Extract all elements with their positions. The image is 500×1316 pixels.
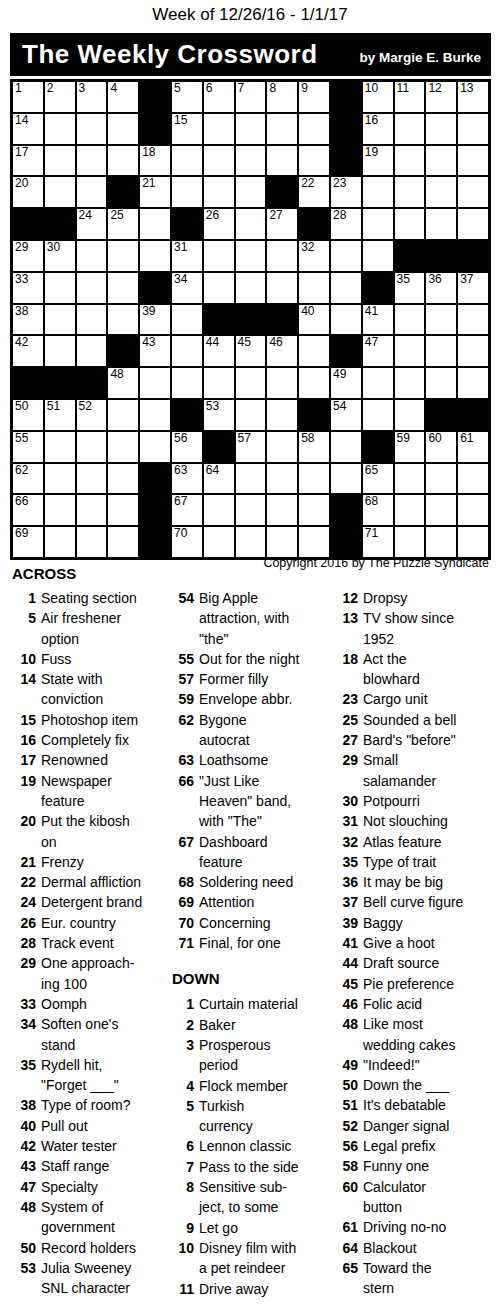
grid-cell[interactable]	[139, 240, 171, 272]
grid-black-cell	[330, 335, 362, 367]
clue-item: 60Calculator button	[336, 1177, 497, 1218]
grid-cell[interactable]: 25	[107, 208, 139, 240]
grid-cell[interactable]: 54	[330, 399, 362, 431]
grid-cell[interactable]: 28	[330, 208, 362, 240]
clue-number: 5	[172, 1096, 194, 1137]
clue-text: Pie preference	[363, 974, 497, 994]
clue-number: 38	[10, 1095, 36, 1115]
grid-cell[interactable]: 36	[425, 272, 457, 304]
grid-cell[interactable]: 35	[394, 272, 426, 304]
grid-cell[interactable]	[107, 145, 139, 177]
clue-text: System of government	[41, 1197, 172, 1238]
grid-cell[interactable]	[362, 240, 394, 272]
grid-cell[interactable]	[139, 431, 171, 463]
grid-cell[interactable]	[457, 335, 489, 367]
clue-number: 14	[10, 669, 36, 710]
grid-cell[interactable]	[266, 145, 298, 177]
grid-cell[interactable]	[107, 431, 139, 463]
cell-number: 44	[206, 336, 219, 349]
grid-cell[interactable]	[44, 113, 76, 145]
grid-cell[interactable]	[107, 113, 139, 145]
grid-cell[interactable]	[425, 176, 457, 208]
grid-cell[interactable]	[171, 145, 203, 177]
clue-text: It may be big	[363, 872, 497, 892]
clue-text: Toward the stern	[363, 1258, 497, 1299]
clue-number: 2	[172, 1015, 194, 1035]
clue-number: 29	[10, 953, 36, 994]
grid-cell[interactable]	[203, 367, 235, 399]
grid-cell[interactable]: 58	[298, 431, 330, 463]
clue-text: It's debatable	[363, 1095, 497, 1115]
grid-cell[interactable]: 30	[44, 240, 76, 272]
grid-cell[interactable]: 27	[266, 208, 298, 240]
grid-cell[interactable]: 3	[76, 81, 108, 113]
clue-item: 5Air freshener option	[10, 608, 172, 649]
grid-cell[interactable]: 8	[266, 81, 298, 113]
grid-black-cell	[330, 81, 362, 113]
grid-cell[interactable]: 7	[235, 81, 267, 113]
grid-cell[interactable]	[76, 463, 108, 495]
clue-item: 50Record holders	[10, 1238, 172, 1258]
grid-cell[interactable]	[394, 113, 426, 145]
grid-cell[interactable]	[76, 113, 108, 145]
clue-number: 58	[336, 1156, 358, 1176]
clue-text: Draft source	[363, 953, 497, 973]
grid-cell[interactable]: 9	[298, 81, 330, 113]
clue-text: Small salamander	[363, 750, 497, 791]
clue-text: Sounded a bell	[363, 710, 497, 730]
grid-cell[interactable]	[107, 240, 139, 272]
grid-cell[interactable]	[298, 367, 330, 399]
clue-number: 55	[172, 649, 194, 669]
grid-cell[interactable]	[298, 526, 330, 558]
grid-cell[interactable]: 53	[203, 399, 235, 431]
grid-cell[interactable]: 70	[171, 526, 203, 558]
grid-black-cell	[139, 81, 171, 113]
grid-cell[interactable]: 62	[12, 463, 44, 495]
cell-number: 3	[79, 82, 86, 95]
grid-cell[interactable]: 40	[298, 304, 330, 336]
grid-cell[interactable]	[266, 431, 298, 463]
cell-number: 48	[110, 368, 123, 381]
grid-cell[interactable]: 57	[235, 431, 267, 463]
grid-black-cell	[425, 399, 457, 431]
grid-cell[interactable]	[457, 367, 489, 399]
grid-black-cell	[12, 367, 44, 399]
grid-cell[interactable]	[394, 335, 426, 367]
clue-item: 63Loathsome	[172, 750, 336, 770]
clue-text: Calculator button	[363, 1177, 497, 1218]
grid-black-cell	[330, 113, 362, 145]
grid-cell[interactable]	[394, 304, 426, 336]
grid-cell[interactable]	[44, 176, 76, 208]
grid-cell[interactable]: 26	[203, 208, 235, 240]
grid-cell[interactable]: 48	[107, 367, 139, 399]
clue-number: 10	[10, 649, 36, 669]
clue-item: 25Sounded a bell	[336, 710, 497, 730]
clue-item: 18Act the blowhard	[336, 649, 497, 690]
clue-item: 27Bard's "before"	[336, 730, 497, 750]
clue-item: 64Blackout	[336, 1238, 497, 1258]
clue-item: 19Newspaper feature	[10, 771, 172, 812]
grid-cell[interactable]: 15	[171, 113, 203, 145]
grid-cell[interactable]	[330, 304, 362, 336]
cell-number: 21	[142, 177, 155, 190]
grid-cell[interactable]	[139, 208, 171, 240]
clue-number: 62	[172, 710, 194, 751]
title-banner: The Weekly Crossword by Margie E. Burke	[10, 33, 491, 76]
grid-cell[interactable]: 33	[12, 272, 44, 304]
grid-cell[interactable]: 13	[457, 81, 489, 113]
grid-cell[interactable]	[235, 113, 267, 145]
clue-number: 1	[10, 588, 36, 608]
grid-cell[interactable]	[76, 304, 108, 336]
clue-text: Record holders	[41, 1238, 172, 1258]
grid-cell[interactable]	[457, 176, 489, 208]
grid-cell[interactable]	[330, 272, 362, 304]
grid-cell[interactable]	[203, 145, 235, 177]
grid-cell[interactable]	[235, 526, 267, 558]
clue-item: 24Detergent brand	[10, 892, 172, 912]
grid-cell[interactable]	[235, 463, 267, 495]
grid-cell[interactable]: 29	[12, 240, 44, 272]
grid-cell[interactable]	[203, 113, 235, 145]
clue-number: 7	[172, 1157, 194, 1177]
grid-cell[interactable]	[107, 304, 139, 336]
grid-cell[interactable]	[457, 145, 489, 177]
grid-cell[interactable]: 49	[330, 367, 362, 399]
grid-cell[interactable]	[44, 145, 76, 177]
grid-cell[interactable]: 42	[12, 335, 44, 367]
cell-number: 14	[15, 114, 28, 127]
grid-cell[interactable]	[266, 367, 298, 399]
grid-cell[interactable]: 68	[362, 494, 394, 526]
grid-cell[interactable]	[425, 208, 457, 240]
clue-number: 17	[10, 750, 36, 770]
clue-number: 9	[172, 1218, 194, 1238]
grid-cell[interactable]: 44	[203, 335, 235, 367]
grid-cell[interactable]	[457, 208, 489, 240]
grid-cell[interactable]: 41	[362, 304, 394, 336]
grid-cell[interactable]	[362, 176, 394, 208]
grid-cell[interactable]	[203, 526, 235, 558]
grid-cell[interactable]	[235, 176, 267, 208]
grid-cell[interactable]: 38	[12, 304, 44, 336]
grid-cell[interactable]	[76, 240, 108, 272]
clue-item: 10Fuss	[10, 649, 172, 669]
grid-cell[interactable]	[171, 304, 203, 336]
clue-number: 5	[10, 608, 36, 649]
grid-cell[interactable]: 23	[330, 176, 362, 208]
clue-item: 20Put the kibosh on	[10, 811, 172, 852]
grid-cell[interactable]	[107, 399, 139, 431]
cell-number: 28	[333, 209, 346, 222]
grid-cell[interactable]: 22	[298, 176, 330, 208]
grid-cell[interactable]	[266, 463, 298, 495]
grid-cell[interactable]	[266, 526, 298, 558]
grid-cell[interactable]: 17	[12, 145, 44, 177]
grid-black-cell	[362, 272, 394, 304]
grid-cell[interactable]: 10	[362, 81, 394, 113]
grid-cell[interactable]	[107, 526, 139, 558]
grid-cell[interactable]	[235, 367, 267, 399]
grid-cell[interactable]: 1	[12, 81, 44, 113]
clue-text: Pull out	[41, 1116, 172, 1136]
grid-cell[interactable]	[44, 335, 76, 367]
clue-item: 5Turkish currency	[172, 1096, 336, 1137]
grid-cell[interactable]: 14	[12, 113, 44, 145]
grid-cell[interactable]: 5	[171, 81, 203, 113]
clue-text: Drive away	[199, 1279, 336, 1299]
grid-cell[interactable]	[266, 240, 298, 272]
grid-cell[interactable]: 65	[362, 463, 394, 495]
grid-cell[interactable]	[298, 145, 330, 177]
grid-cell[interactable]	[76, 272, 108, 304]
grid-cell[interactable]	[235, 272, 267, 304]
cell-number: 65	[365, 464, 378, 477]
grid-cell[interactable]: 61	[457, 431, 489, 463]
grid-cell[interactable]: 12	[425, 81, 457, 113]
clue-text: Put the kibosh on	[41, 811, 172, 852]
cell-number: 61	[460, 432, 473, 445]
across-clues-continued: 54Big Apple attraction, with "the"55Out …	[172, 588, 336, 953]
grid-cell[interactable]	[76, 176, 108, 208]
clue-item: 67Dashboard feature	[172, 832, 336, 873]
grid-cell[interactable]	[44, 494, 76, 526]
grid-cell[interactable]	[425, 145, 457, 177]
cell-number: 41	[365, 305, 378, 318]
grid-cell[interactable]	[425, 494, 457, 526]
grid-cell[interactable]: 50	[12, 399, 44, 431]
grid-cell[interactable]: 69	[12, 526, 44, 558]
grid-cell[interactable]	[44, 304, 76, 336]
grid-black-cell	[107, 335, 139, 367]
grid-cell[interactable]	[425, 463, 457, 495]
grid-cell[interactable]: 60	[425, 431, 457, 463]
grid-cell[interactable]: 55	[12, 431, 44, 463]
cell-number: 40	[301, 305, 314, 318]
grid-cell[interactable]	[76, 145, 108, 177]
grid-cell[interactable]: 4	[107, 81, 139, 113]
clue-item: 39Baggy	[336, 913, 497, 933]
grid-cell[interactable]	[235, 240, 267, 272]
clue-number: 37	[336, 892, 358, 912]
cell-number: 15	[174, 114, 187, 127]
cell-number: 24	[79, 209, 92, 222]
clue-number: 66	[172, 771, 194, 832]
grid-cell[interactable]	[266, 113, 298, 145]
grid-cell[interactable]: 21	[139, 176, 171, 208]
grid-cell[interactable]	[457, 526, 489, 558]
grid-cell[interactable]	[44, 526, 76, 558]
clue-number: 64	[336, 1238, 358, 1258]
clue-text: Blackout	[363, 1238, 497, 1258]
grid-cell[interactable]: 19	[362, 145, 394, 177]
grid-black-cell	[298, 399, 330, 431]
grid-cell[interactable]: 64	[203, 463, 235, 495]
clue-item: 66"Just Like Heaven" band, with "The"	[172, 771, 336, 832]
grid-cell[interactable]: 67	[171, 494, 203, 526]
grid-cell[interactable]	[171, 367, 203, 399]
grid-cell[interactable]	[171, 176, 203, 208]
grid-cell[interactable]: 47	[362, 335, 394, 367]
grid-cell[interactable]	[394, 176, 426, 208]
clue-item: 70Concerning	[172, 913, 336, 933]
grid-cell[interactable]	[235, 208, 267, 240]
grid-cell[interactable]	[457, 113, 489, 145]
cell-number: 2	[47, 82, 54, 95]
clue-item: 55Out for the night	[172, 649, 336, 669]
clue-text: Envelope abbr.	[199, 689, 336, 709]
clue-item: 38Type of room?	[10, 1095, 172, 1115]
grid-cell[interactable]: 11	[394, 81, 426, 113]
grid-cell[interactable]	[235, 145, 267, 177]
clue-text: Legal prefix	[363, 1136, 497, 1156]
cell-number: 43	[142, 336, 155, 349]
grid-cell[interactable]: 56	[171, 431, 203, 463]
grid-cell[interactable]	[298, 113, 330, 145]
grid-cell[interactable]	[266, 272, 298, 304]
grid-cell[interactable]	[44, 431, 76, 463]
grid-cell[interactable]	[107, 272, 139, 304]
grid-cell[interactable]	[298, 494, 330, 526]
cell-number: 8	[269, 82, 276, 95]
grid-cell[interactable]	[203, 240, 235, 272]
clue-number: 63	[172, 750, 194, 770]
grid-cell[interactable]	[330, 431, 362, 463]
grid-cell[interactable]: 39	[139, 304, 171, 336]
clue-text: Renowned	[41, 750, 172, 770]
grid-cell[interactable]	[203, 494, 235, 526]
clue-text: Folic acid	[363, 994, 497, 1014]
grid-cell[interactable]: 66	[12, 494, 44, 526]
grid-cell[interactable]	[425, 335, 457, 367]
grid-cell[interactable]	[425, 367, 457, 399]
grid-cell[interactable]	[139, 399, 171, 431]
clue-text: Attention	[199, 892, 336, 912]
grid-cell[interactable]	[235, 494, 267, 526]
grid-cell[interactable]	[362, 367, 394, 399]
grid-cell[interactable]: 20	[12, 176, 44, 208]
grid-cell[interactable]: 71	[362, 526, 394, 558]
grid-cell[interactable]	[107, 463, 139, 495]
clue-text: Rydell hit, "Forget ___"	[41, 1055, 172, 1096]
clue-item: 50Down the ___	[336, 1075, 497, 1095]
grid-cell[interactable]	[76, 494, 108, 526]
cell-number: 60	[428, 432, 441, 445]
grid-cell[interactable]	[171, 335, 203, 367]
grid-cell[interactable]	[107, 494, 139, 526]
clue-text: Fuss	[41, 649, 172, 669]
grid-cell[interactable]	[76, 431, 108, 463]
grid-cell[interactable]	[235, 399, 267, 431]
cell-number: 56	[174, 432, 187, 445]
clue-item: 46Folic acid	[336, 994, 497, 1014]
grid-cell[interactable]	[425, 113, 457, 145]
grid-cell[interactable]	[298, 272, 330, 304]
grid-cell[interactable]	[298, 463, 330, 495]
grid-cell[interactable]	[266, 399, 298, 431]
clue-number: 54	[172, 588, 194, 649]
grid-cell[interactable]	[139, 367, 171, 399]
grid-cell[interactable]	[330, 240, 362, 272]
grid-cell[interactable]	[394, 145, 426, 177]
grid-cell[interactable]	[457, 304, 489, 336]
grid-cell[interactable]: 18	[139, 145, 171, 177]
clue-item: 30Potpourri	[336, 791, 497, 811]
grid-cell[interactable]: 34	[171, 272, 203, 304]
grid-cell[interactable]	[203, 176, 235, 208]
grid-cell[interactable]: 32	[298, 240, 330, 272]
grid-cell[interactable]: 46	[266, 335, 298, 367]
grid-cell[interactable]	[362, 208, 394, 240]
grid-cell[interactable]	[76, 526, 108, 558]
grid-cell[interactable]	[44, 272, 76, 304]
grid-cell[interactable]: 37	[457, 272, 489, 304]
clue-text: Bell curve figure	[363, 892, 497, 912]
grid-cell[interactable]	[425, 526, 457, 558]
clue-number: 10	[172, 1238, 194, 1279]
clue-item: 41Give a hoot	[336, 933, 497, 953]
grid-cell[interactable]: 59	[394, 431, 426, 463]
clue-item: 48System of government	[10, 1197, 172, 1238]
clue-number: 19	[10, 771, 36, 812]
grid-cell[interactable]	[362, 399, 394, 431]
grid-cell[interactable]	[203, 272, 235, 304]
grid-cell[interactable]: 43	[139, 335, 171, 367]
grid-cell[interactable]: 52	[76, 399, 108, 431]
grid-cell[interactable]	[266, 494, 298, 526]
down-header: DOWN	[172, 970, 336, 987]
grid-cell[interactable]	[425, 304, 457, 336]
clue-item: 2Baker	[172, 1015, 336, 1035]
grid-cell[interactable]	[394, 463, 426, 495]
clue-text: Soften one's stand	[41, 1014, 172, 1055]
clue-item: 47Specialty	[10, 1177, 172, 1197]
grid-cell[interactable]: 45	[235, 335, 267, 367]
grid-cell[interactable]: 31	[171, 240, 203, 272]
cell-number: 34	[174, 273, 187, 286]
grid-cell[interactable]	[394, 526, 426, 558]
grid-cell[interactable]	[457, 463, 489, 495]
grid-cell[interactable]: 51	[44, 399, 76, 431]
cell-number: 64	[206, 464, 219, 477]
grid-black-cell	[203, 304, 235, 336]
grid-cell[interactable]	[44, 463, 76, 495]
grid-cell[interactable]: 2	[44, 81, 76, 113]
grid-cell[interactable]	[394, 208, 426, 240]
grid-cell[interactable]	[76, 335, 108, 367]
clue-item: 26Eur. country	[10, 913, 172, 933]
cell-number: 50	[15, 400, 28, 413]
grid-cell[interactable]	[457, 494, 489, 526]
grid-cell[interactable]: 6	[203, 81, 235, 113]
grid-cell[interactable]	[394, 399, 426, 431]
grid-cell[interactable]: 24	[76, 208, 108, 240]
clue-text: Act the blowhard	[363, 649, 497, 690]
clue-number: 30	[336, 791, 358, 811]
grid-cell[interactable]: 16	[362, 113, 394, 145]
grid-black-cell	[76, 367, 108, 399]
grid-cell[interactable]	[394, 494, 426, 526]
grid-cell[interactable]	[298, 335, 330, 367]
grid-cell[interactable]	[330, 463, 362, 495]
clue-column-1: 1Seating section5Air freshener option10F…	[10, 588, 172, 1298]
clue-number: 24	[10, 892, 36, 912]
clue-number: 47	[10, 1177, 36, 1197]
grid-cell[interactable]: 63	[171, 463, 203, 495]
grid-cell[interactable]	[394, 367, 426, 399]
